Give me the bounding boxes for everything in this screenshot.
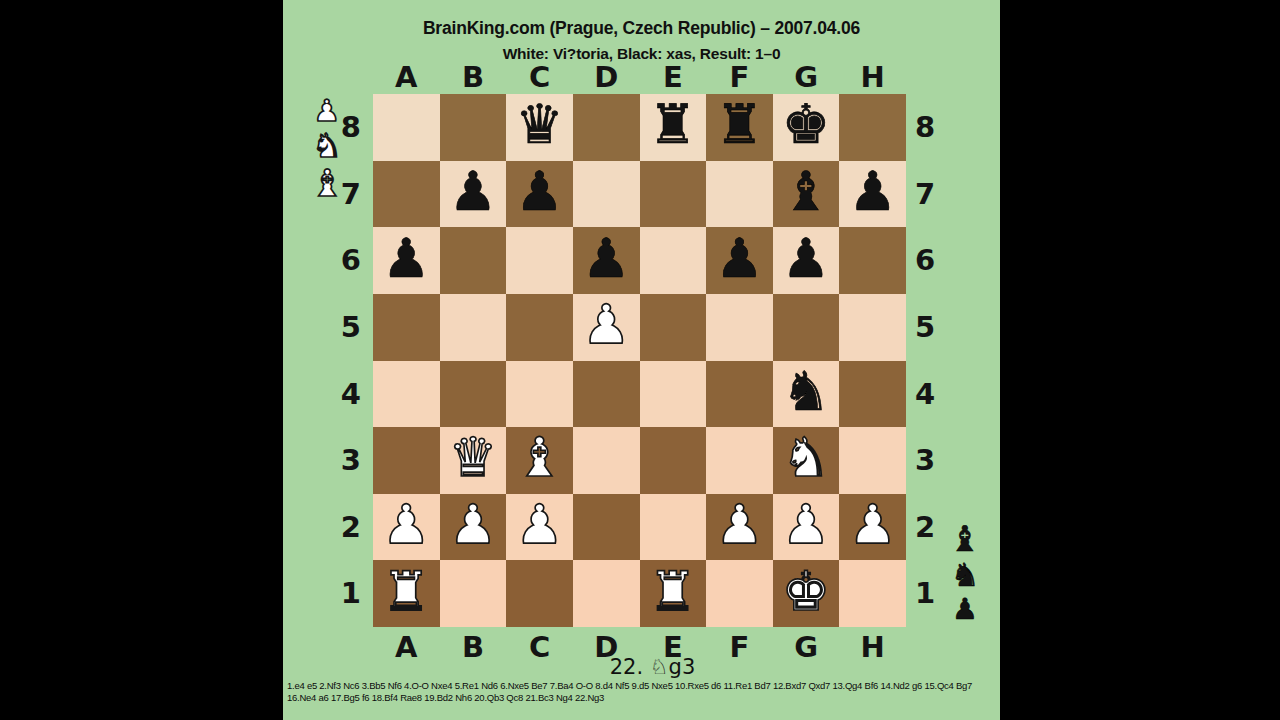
square-h7: ♟: [839, 161, 906, 228]
rank-label-2: 2: [319, 494, 361, 561]
piece-black-king: ♚: [782, 98, 830, 152]
captured-white-bishop: ♝: [303, 164, 351, 203]
rank-label-4: 4: [319, 361, 361, 428]
file-label-b: B: [440, 60, 507, 94]
game-panel: BrainKing.com (Prague, Czech Republic) –…: [283, 0, 1000, 720]
rank-label-3: 3: [319, 427, 361, 494]
square-g8: ♚: [773, 94, 840, 161]
square-d1: [573, 560, 640, 627]
chess-board: ♛♜♜♚♟♟♝♟♟♟♟♟♟♞♛♝♞♟♟♟♟♟♟♜♜♚: [373, 94, 906, 627]
piece-black-rook: ♜: [649, 98, 697, 152]
square-d2: [573, 494, 640, 561]
letterbox-left: [0, 0, 283, 720]
piece-black-knight: ♞: [782, 365, 830, 419]
piece-white-rook: ♜: [649, 565, 697, 619]
piece-white-king: ♚: [782, 565, 830, 619]
file-label-c: C: [506, 60, 573, 94]
square-d8: [573, 94, 640, 161]
square-e1: ♜: [640, 560, 707, 627]
square-h3: [839, 427, 906, 494]
rank-label-1: 1: [319, 560, 361, 627]
piece-black-queen: ♛: [515, 98, 563, 152]
piece-black-pawn: ♟: [848, 165, 896, 219]
file-label-h: H: [839, 60, 906, 94]
file-label-a: A: [373, 60, 440, 94]
square-e2: [640, 494, 707, 561]
captured-black-pawn: ♟: [941, 593, 989, 625]
captured-white-pawn: ♟: [303, 94, 351, 128]
square-b5: [440, 294, 507, 361]
square-e3: [640, 427, 707, 494]
square-e7: [640, 161, 707, 228]
square-f7: [706, 161, 773, 228]
square-a7: [373, 161, 440, 228]
square-a5: [373, 294, 440, 361]
square-f5: [706, 294, 773, 361]
square-d3: [573, 427, 640, 494]
letterbox-right: [1000, 0, 1280, 720]
square-f4: [706, 361, 773, 428]
square-h5: [839, 294, 906, 361]
square-g2: ♟: [773, 494, 840, 561]
piece-black-bishop: ♝: [782, 165, 830, 219]
piece-black-pawn: ♟: [782, 232, 830, 286]
square-b4: [440, 361, 507, 428]
page-title: BrainKing.com (Prague, Czech Republic) –…: [283, 18, 1000, 39]
square-h6: [839, 227, 906, 294]
piece-black-pawn: ♟: [515, 165, 563, 219]
square-b3: ♛: [440, 427, 507, 494]
square-h2: ♟: [839, 494, 906, 561]
piece-white-pawn: ♟: [515, 498, 563, 552]
square-f3: [706, 427, 773, 494]
captured-white-knight: ♞: [303, 128, 351, 164]
square-b7: ♟: [440, 161, 507, 228]
piece-white-pawn: ♟: [848, 498, 896, 552]
current-move-label: 22. ♘g3: [373, 655, 906, 679]
square-c2: ♟: [506, 494, 573, 561]
square-e4: [640, 361, 707, 428]
piece-black-pawn: ♟: [582, 232, 630, 286]
square-c8: ♛: [506, 94, 573, 161]
square-c6: [506, 227, 573, 294]
piece-white-pawn: ♟: [582, 298, 630, 352]
square-h4: [839, 361, 906, 428]
move-list: 1.e4 e5 2.Nf3 Nc6 3.Bb5 Nf6 4.O-O Nxe4 5…: [287, 680, 999, 704]
captured-black-pieces: ♝♞♟: [941, 521, 989, 625]
square-g1: ♚: [773, 560, 840, 627]
rank-label-3: 3: [915, 427, 957, 494]
square-g4: ♞: [773, 361, 840, 428]
piece-black-pawn: ♟: [449, 165, 497, 219]
square-g5: [773, 294, 840, 361]
captured-black-knight: ♞: [941, 558, 989, 593]
square-c3: ♝: [506, 427, 573, 494]
square-b6: [440, 227, 507, 294]
square-a8: [373, 94, 440, 161]
file-label-f: F: [706, 60, 773, 94]
square-c4: [506, 361, 573, 428]
piece-black-rook: ♜: [715, 98, 763, 152]
piece-white-knight: ♞: [782, 431, 830, 485]
piece-white-pawn: ♟: [715, 498, 763, 552]
piece-white-queen: ♛: [449, 431, 497, 485]
piece-white-pawn: ♟: [382, 498, 430, 552]
square-f8: ♜: [706, 94, 773, 161]
piece-black-pawn: ♟: [715, 232, 763, 286]
file-label-g: G: [773, 60, 840, 94]
square-f6: ♟: [706, 227, 773, 294]
square-d6: ♟: [573, 227, 640, 294]
move-list-line-1: 1.e4 e5 2.Nf3 Nc6 3.Bb5 Nf6 4.O-O Nxe4 5…: [287, 680, 999, 692]
square-a4: [373, 361, 440, 428]
square-b8: [440, 94, 507, 161]
rank-label-5: 5: [915, 294, 957, 361]
piece-white-bishop: ♝: [515, 431, 563, 485]
rank-label-8: 8: [915, 94, 957, 161]
square-a3: [373, 427, 440, 494]
square-c5: [506, 294, 573, 361]
square-d5: ♟: [573, 294, 640, 361]
rank-label-5: 5: [319, 294, 361, 361]
square-b2: ♟: [440, 494, 507, 561]
piece-black-pawn: ♟: [382, 232, 430, 286]
rank-label-7: 7: [915, 161, 957, 228]
square-b1: [440, 560, 507, 627]
square-g7: ♝: [773, 161, 840, 228]
square-a2: ♟: [373, 494, 440, 561]
rank-label-6: 6: [319, 227, 361, 294]
square-f2: ♟: [706, 494, 773, 561]
captured-white-pieces: ♟♞♝: [303, 94, 351, 203]
move-list-line-2: 16.Ne4 a6 17.Bg5 f6 18.Bf4 Rae8 19.Bd2 N…: [287, 692, 999, 704]
piece-white-pawn: ♟: [449, 498, 497, 552]
file-label-d: D: [573, 60, 640, 94]
square-c7: ♟: [506, 161, 573, 228]
square-h1: [839, 560, 906, 627]
square-g3: ♞: [773, 427, 840, 494]
square-h8: [839, 94, 906, 161]
rank-label-6: 6: [915, 227, 957, 294]
square-e8: ♜: [640, 94, 707, 161]
square-d4: [573, 361, 640, 428]
piece-white-pawn: ♟: [782, 498, 830, 552]
file-label-e: E: [640, 60, 707, 94]
square-a1: ♜: [373, 560, 440, 627]
square-c1: [506, 560, 573, 627]
square-e6: [640, 227, 707, 294]
square-g6: ♟: [773, 227, 840, 294]
square-a6: ♟: [373, 227, 440, 294]
square-d7: [573, 161, 640, 228]
square-f1: [706, 560, 773, 627]
piece-white-rook: ♜: [382, 565, 430, 619]
rank-label-4: 4: [915, 361, 957, 428]
square-e5: [640, 294, 707, 361]
captured-black-bishop: ♝: [941, 521, 989, 558]
